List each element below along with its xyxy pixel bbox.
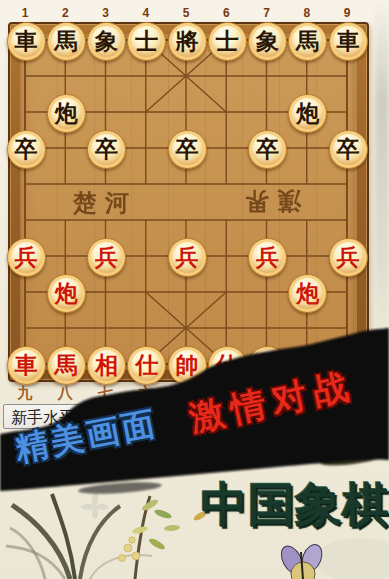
piece-red-炮[interactable]: 炮 <box>288 274 327 313</box>
piece-black-車[interactable]: 車 <box>7 22 46 61</box>
piece-black-象[interactable]: 象 <box>248 22 287 61</box>
piece-black-士[interactable]: 士 <box>208 22 247 61</box>
piece-black-車[interactable]: 車 <box>329 22 368 61</box>
piece-black-馬[interactable]: 馬 <box>47 22 86 61</box>
piece-black-將[interactable]: 將 <box>168 22 207 61</box>
file-label-top-8: 8 <box>295 6 319 20</box>
file-label-bottom-七: 七 <box>94 384 118 403</box>
piece-red-相[interactable]: 相 <box>87 346 126 385</box>
piece-black-象[interactable]: 象 <box>87 22 126 61</box>
file-label-top-5: 5 <box>174 6 198 20</box>
file-label-top-9: 9 <box>335 6 359 20</box>
piece-black-卒[interactable]: 卒 <box>87 130 126 169</box>
piece-red-兵[interactable]: 兵 <box>7 238 46 277</box>
piece-red-兵[interactable]: 兵 <box>329 238 368 277</box>
piece-red-兵[interactable]: 兵 <box>248 238 287 277</box>
piece-black-卒[interactable]: 卒 <box>168 130 207 169</box>
file-label-top-2: 2 <box>53 6 77 20</box>
piece-red-仕[interactable]: 仕 <box>127 346 166 385</box>
piece-black-卒[interactable]: 卒 <box>7 130 46 169</box>
butterfly <box>277 542 326 579</box>
game-title: 中国象棋 <box>201 474 389 537</box>
piece-black-卒[interactable]: 卒 <box>329 130 368 169</box>
piece-red-馬[interactable]: 馬 <box>47 346 86 385</box>
piece-black-士[interactable]: 士 <box>127 22 166 61</box>
pale-flower <box>81 493 109 519</box>
piece-black-馬[interactable]: 馬 <box>288 22 327 61</box>
xiangqi-board[interactable] <box>20 34 357 370</box>
file-label-top-7: 7 <box>255 6 279 20</box>
file-label-top-1: 1 <box>13 6 37 20</box>
piece-red-兵[interactable]: 兵 <box>168 238 207 277</box>
app-screen: 楚河 漢界 123456789 九八七六五四三二一 車馬象士將士象馬車炮炮卒卒卒… <box>0 0 389 579</box>
piece-red-兵[interactable]: 兵 <box>87 238 126 277</box>
piece-black-炮[interactable]: 炮 <box>288 94 327 133</box>
yellow-flowers <box>119 537 141 562</box>
file-label-bottom-六: 六 <box>134 384 158 403</box>
file-label-top-6: 6 <box>214 6 238 20</box>
piece-black-卒[interactable]: 卒 <box>248 130 287 169</box>
file-label-top-4: 4 <box>134 6 158 20</box>
file-label-bottom-九: 九 <box>13 384 37 403</box>
piece-red-炮[interactable]: 炮 <box>47 274 86 313</box>
piece-black-炮[interactable]: 炮 <box>47 94 86 133</box>
piece-red-車[interactable]: 車 <box>7 346 46 385</box>
bamboo-leaves <box>131 498 180 552</box>
piece-red-帥[interactable]: 帥 <box>168 346 207 385</box>
piece-red-仕[interactable]: 仕 <box>208 346 247 385</box>
file-label-top-3: 3 <box>94 6 118 20</box>
background-smudge <box>375 0 389 340</box>
file-label-bottom-八: 八 <box>53 384 77 403</box>
